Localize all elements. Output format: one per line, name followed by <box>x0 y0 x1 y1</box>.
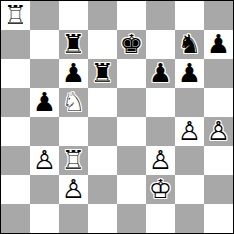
piece-white-rook: ♜♖ <box>59 146 88 175</box>
white-piece-outline-layer: ♙ <box>30 146 59 175</box>
square-h3[interactable] <box>204 146 233 175</box>
piece-black-pawn: ♟ <box>30 88 59 117</box>
square-a4[interactable] <box>1 117 30 146</box>
white-piece-outline-layer: ♙ <box>204 117 233 146</box>
square-a5[interactable] <box>1 88 30 117</box>
piece-white-pawn: ♟♙ <box>146 146 175 175</box>
white-piece-outline-layer: ♖ <box>59 146 88 175</box>
square-f6[interactable]: ♟ <box>146 59 175 88</box>
square-a1[interactable] <box>1 204 30 233</box>
piece-black-king: ♚ <box>117 30 146 59</box>
square-d5[interactable] <box>88 88 117 117</box>
piece-black-pawn: ♟ <box>204 30 233 59</box>
square-h7[interactable]: ♟ <box>204 30 233 59</box>
square-c6[interactable]: ♟ <box>59 59 88 88</box>
square-d2[interactable] <box>88 175 117 204</box>
square-h4[interactable]: ♟♙ <box>204 117 233 146</box>
square-g1[interactable] <box>175 204 204 233</box>
piece-black-rook: ♜ <box>59 30 88 59</box>
square-a8[interactable]: ♜♖ <box>1 1 30 30</box>
piece-black-rook: ♜ <box>88 59 117 88</box>
piece-white-pawn: ♟♙ <box>30 146 59 175</box>
square-a3[interactable] <box>1 146 30 175</box>
square-e4[interactable] <box>117 117 146 146</box>
square-b6[interactable] <box>30 59 59 88</box>
square-f4[interactable] <box>146 117 175 146</box>
square-b1[interactable] <box>30 204 59 233</box>
piece-black-knight: ♞ <box>175 30 204 59</box>
square-e5[interactable] <box>117 88 146 117</box>
square-c7[interactable]: ♜ <box>59 30 88 59</box>
square-g5[interactable] <box>175 88 204 117</box>
square-g7[interactable]: ♞ <box>175 30 204 59</box>
square-e6[interactable] <box>117 59 146 88</box>
square-a7[interactable] <box>1 30 30 59</box>
square-g6[interactable]: ♟ <box>175 59 204 88</box>
white-piece-outline-layer: ♙ <box>146 146 175 175</box>
square-f1[interactable] <box>146 204 175 233</box>
square-g4[interactable]: ♟♙ <box>175 117 204 146</box>
square-c8[interactable] <box>59 1 88 30</box>
square-d3[interactable] <box>88 146 117 175</box>
square-f7[interactable] <box>146 30 175 59</box>
square-f2[interactable]: ♚♔ <box>146 175 175 204</box>
piece-white-pawn: ♟♙ <box>204 117 233 146</box>
square-b5[interactable]: ♟ <box>30 88 59 117</box>
square-h1[interactable] <box>204 204 233 233</box>
square-d6[interactable]: ♜ <box>88 59 117 88</box>
piece-black-pawn: ♟ <box>146 59 175 88</box>
square-h6[interactable] <box>204 59 233 88</box>
chess-diagram: ♜♖♜♚♞♟♟♜♟♟♟♞♘♟♙♟♙♟♙♜♖♟♙♟♙♚♔ <box>0 0 234 234</box>
white-piece-outline-layer: ♖ <box>1 1 30 30</box>
square-d4[interactable] <box>88 117 117 146</box>
square-e7[interactable]: ♚ <box>117 30 146 59</box>
square-e3[interactable] <box>117 146 146 175</box>
square-e8[interactable] <box>117 1 146 30</box>
square-d8[interactable] <box>88 1 117 30</box>
square-a2[interactable] <box>1 175 30 204</box>
square-g8[interactable] <box>175 1 204 30</box>
square-g3[interactable] <box>175 146 204 175</box>
white-piece-outline-layer: ♙ <box>175 117 204 146</box>
square-c2[interactable]: ♟♙ <box>59 175 88 204</box>
square-d7[interactable] <box>88 30 117 59</box>
piece-white-pawn: ♟♙ <box>59 175 88 204</box>
square-e2[interactable] <box>117 175 146 204</box>
square-b8[interactable] <box>30 1 59 30</box>
square-b3[interactable]: ♟♙ <box>30 146 59 175</box>
square-b7[interactable] <box>30 30 59 59</box>
square-b2[interactable] <box>30 175 59 204</box>
square-c5[interactable]: ♞♘ <box>59 88 88 117</box>
square-b4[interactable] <box>30 117 59 146</box>
piece-white-pawn: ♟♙ <box>175 117 204 146</box>
piece-white-rook: ♜♖ <box>1 1 30 30</box>
square-e1[interactable] <box>117 204 146 233</box>
square-a6[interactable] <box>1 59 30 88</box>
piece-white-king: ♚♔ <box>146 175 175 204</box>
square-f8[interactable] <box>146 1 175 30</box>
piece-black-pawn: ♟ <box>59 59 88 88</box>
square-h5[interactable] <box>204 88 233 117</box>
square-d1[interactable] <box>88 204 117 233</box>
square-f3[interactable]: ♟♙ <box>146 146 175 175</box>
square-c4[interactable] <box>59 117 88 146</box>
piece-white-knight: ♞♘ <box>59 88 88 117</box>
white-piece-outline-layer: ♙ <box>59 175 88 204</box>
piece-black-pawn: ♟ <box>175 59 204 88</box>
white-piece-outline-layer: ♔ <box>146 175 175 204</box>
square-c1[interactable] <box>59 204 88 233</box>
square-g2[interactable] <box>175 175 204 204</box>
square-h2[interactable] <box>204 175 233 204</box>
square-f5[interactable] <box>146 88 175 117</box>
square-c3[interactable]: ♜♖ <box>59 146 88 175</box>
white-piece-outline-layer: ♘ <box>59 88 88 117</box>
chess-board: ♜♖♜♚♞♟♟♜♟♟♟♞♘♟♙♟♙♟♙♜♖♟♙♟♙♚♔ <box>0 0 234 234</box>
square-h8[interactable] <box>204 1 233 30</box>
